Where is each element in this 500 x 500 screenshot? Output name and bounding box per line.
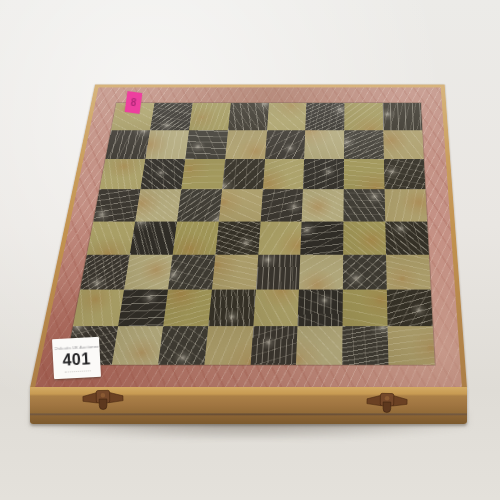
square-b1	[112, 326, 163, 365]
square-f8	[306, 103, 345, 131]
square-h8	[383, 103, 423, 131]
square-a4	[87, 221, 135, 254]
square-h2	[387, 289, 433, 326]
square-d6	[222, 159, 265, 189]
square-d5	[219, 190, 263, 222]
lot-number: 401	[62, 350, 91, 368]
box-clasp-right	[366, 391, 408, 416]
auction-photo: 8 Chilcotts UK Auctioneers 401	[0, 0, 500, 500]
square-e3	[255, 254, 300, 289]
square-c5	[177, 190, 222, 222]
square-d3	[212, 254, 258, 289]
square-f4	[301, 221, 344, 254]
square-b2	[118, 289, 168, 326]
board-scene	[30, 0, 467, 388]
square-c7	[185, 130, 228, 159]
square-d8	[228, 103, 269, 131]
square-e5	[260, 190, 303, 222]
square-h5	[385, 190, 427, 222]
square-f2	[298, 289, 343, 326]
square-f1	[296, 326, 342, 365]
square-c4	[172, 221, 218, 254]
square-e2	[253, 289, 299, 326]
pink-price-sticker: 8	[125, 91, 143, 114]
square-h7	[383, 130, 423, 159]
square-b5	[135, 190, 181, 222]
square-f7	[304, 130, 344, 159]
square-h4	[385, 221, 428, 254]
square-a5	[93, 190, 140, 222]
square-b8	[150, 103, 193, 131]
square-b7	[145, 130, 189, 159]
square-g4	[343, 221, 386, 254]
square-g2	[343, 289, 388, 326]
square-b3	[124, 254, 172, 289]
square-e1	[250, 326, 298, 365]
square-d1	[204, 326, 253, 365]
square-g6	[344, 159, 385, 189]
square-g3	[343, 254, 387, 289]
square-f5	[302, 190, 344, 222]
square-g5	[344, 190, 386, 222]
box-clasp-left	[82, 388, 124, 413]
lot-number-label: Chilcotts UK Auctioneers 401	[52, 337, 101, 379]
square-e6	[262, 159, 304, 189]
square-c3	[168, 254, 215, 289]
square-g8	[344, 103, 383, 131]
square-c6	[181, 159, 225, 189]
square-d2	[208, 289, 256, 326]
square-a6	[100, 159, 146, 189]
square-f6	[303, 159, 344, 189]
pink-sticker-mark: 8	[130, 97, 137, 109]
square-d4	[215, 221, 260, 254]
board-grid	[66, 103, 435, 365]
square-e7	[265, 130, 306, 159]
square-e8	[267, 103, 307, 131]
square-h3	[386, 254, 431, 289]
square-b6	[140, 159, 185, 189]
square-a7	[105, 130, 150, 159]
label-footer-line	[64, 368, 90, 372]
square-h6	[384, 159, 425, 189]
square-g7	[344, 130, 384, 159]
square-b4	[130, 221, 177, 254]
square-d7	[225, 130, 267, 159]
square-c8	[189, 103, 231, 131]
square-a2	[73, 289, 124, 326]
square-f3	[299, 254, 343, 289]
square-e4	[258, 221, 302, 254]
square-a3	[80, 254, 130, 289]
square-h1	[388, 326, 435, 365]
square-c2	[163, 289, 212, 326]
square-g1	[342, 326, 388, 365]
square-c1	[158, 326, 208, 365]
